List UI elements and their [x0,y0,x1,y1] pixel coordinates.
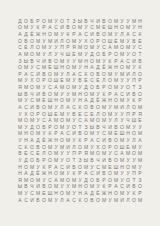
grid-cell[interactable]: К [137,31,143,38]
grid-cell[interactable]: М [137,157,143,164]
grid-cell[interactable]: Р [137,170,143,177]
grid-cell[interactable]: Е [137,117,143,124]
word-search-grid: ДОБРОМУОТЗЫВЧИВОМУУМНОМУКРАСИВОМУСМЕШНОМ… [17,18,143,204]
grid-cell[interactable]: М [137,197,143,204]
grid-cell[interactable]: К [137,64,143,71]
grid-cell[interactable]: З [137,84,143,91]
grid-cell[interactable]: Р [137,190,143,197]
grid-cell[interactable]: А [137,137,143,144]
grid-cell[interactable]: М [137,104,143,111]
word-search-poster: ДОБРОМУОТЗЫВЧИВОМУУМНОМУКРАСИВОМУСМЕШНОМ… [0,0,160,226]
grid-cell[interactable]: Т [137,51,143,58]
